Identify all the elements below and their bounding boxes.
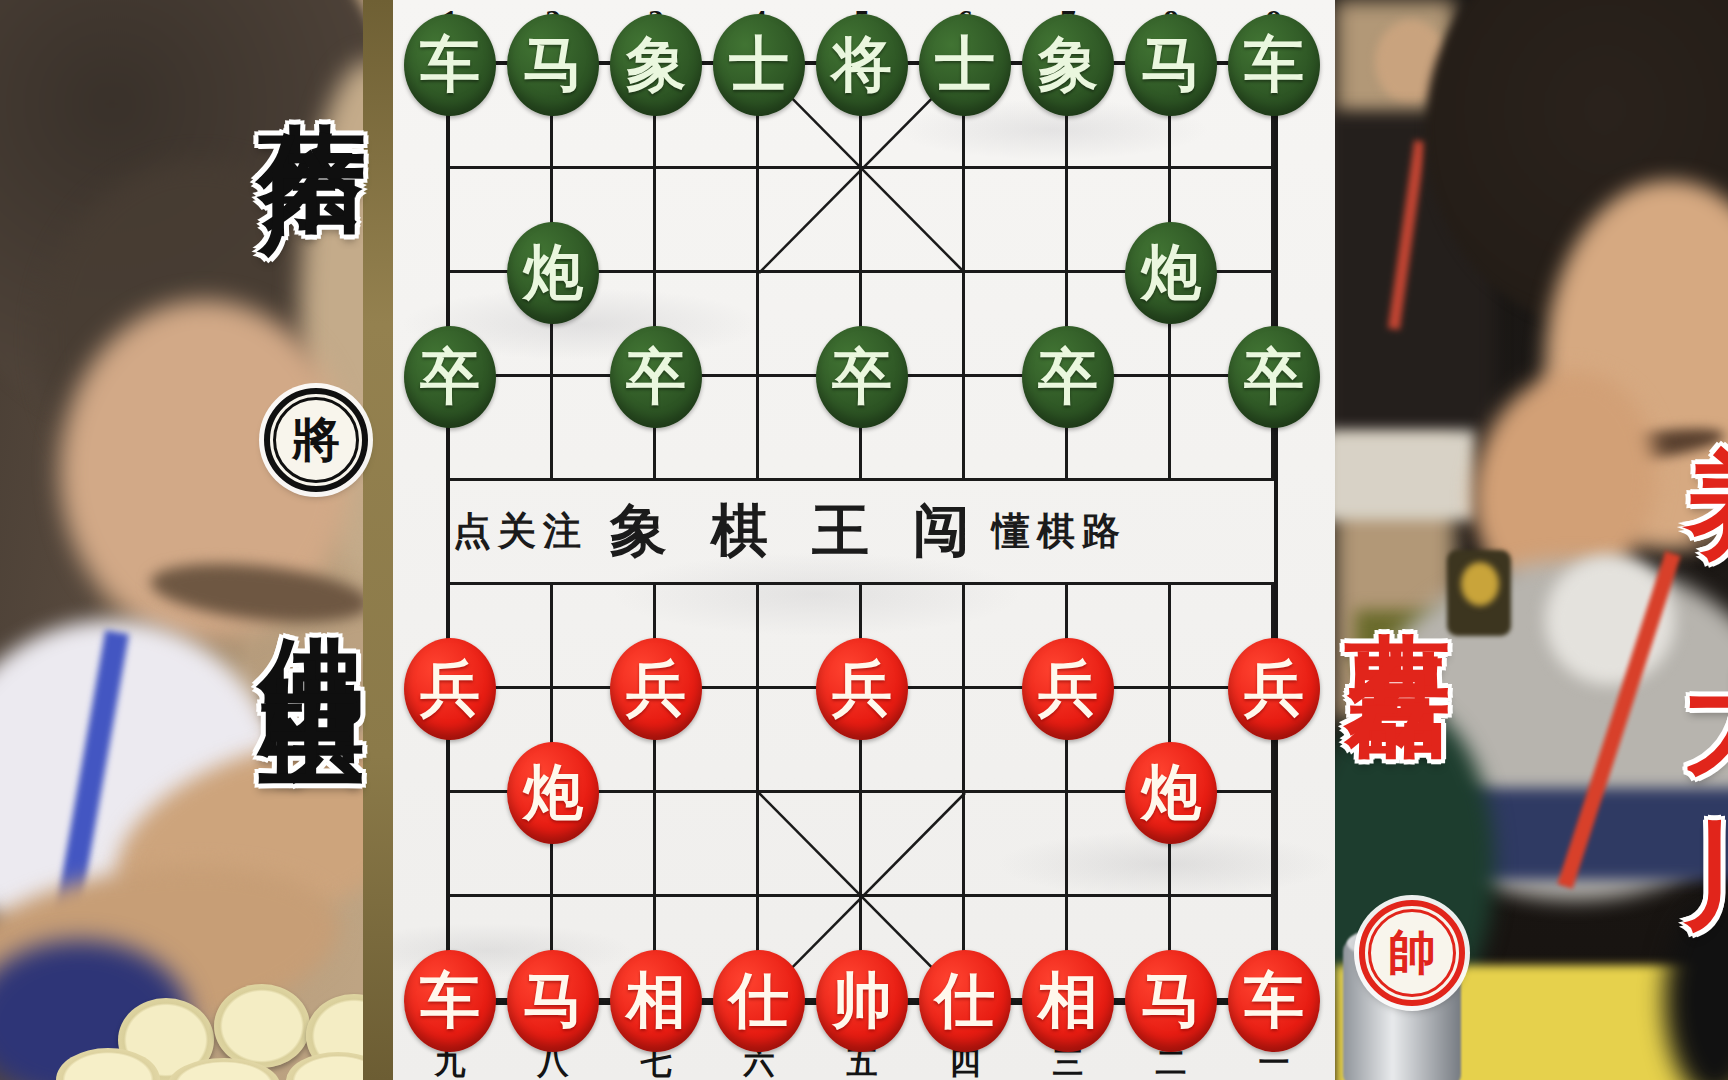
left-badge-char: 將 [292,416,340,464]
photo-banner-region [1335,430,1475,520]
board-cell [965,793,1068,897]
board-cell [656,169,759,273]
right-badge-char: 帥 [1388,929,1436,977]
piece-green-卒-f1r4[interactable]: 卒 [404,326,496,428]
river-text-main: 象棋王闯 [588,493,992,570]
piece-red-马-f2r10[interactable]: 马 [507,950,599,1052]
xiangqi-tray-piece [214,984,310,1068]
piece-green-将-f5r1[interactable]: 将 [816,14,908,116]
piece-green-卒-f7r4[interactable]: 卒 [1022,326,1114,428]
left-player-title: 佛山棋王 [258,552,364,632]
river-text-char: 象 [610,499,667,562]
piece-red-车-f9r10[interactable]: 车 [1228,950,1320,1052]
piece-red-兵-f9r7[interactable]: 兵 [1228,638,1320,740]
xiangqi-tray-piece [286,1052,363,1080]
board-cell [862,793,965,897]
clipped-edge-glyph: 川 [1684,800,1728,955]
piece-green-卒-f3r4[interactable]: 卒 [610,326,702,428]
piece-green-车-f9r1[interactable]: 车 [1228,14,1320,116]
right-player-side-badge: 帥 [1359,900,1465,1006]
piece-green-卒-f5r4[interactable]: 卒 [816,326,908,428]
piece-red-兵-f1r7[interactable]: 兵 [404,638,496,740]
piece-green-士-f6r1[interactable]: 士 [919,14,1011,116]
piece-green-象-f7r1[interactable]: 象 [1022,14,1114,116]
piece-green-马-f2r1[interactable]: 马 [507,14,599,116]
board-cell [1171,481,1274,585]
piece-green-车-f1r1[interactable]: 车 [404,14,496,116]
video-frame: 123456789 九八七六五四三二一 点关注 象棋王闯 懂棋路 车马象士将士象… [0,0,1728,1080]
river-text-suffix: 懂棋路 [992,506,1127,557]
clipped-edge-glyph: 大 [1684,645,1728,800]
piece-red-炮-f2r8[interactable]: 炮 [507,742,599,844]
piece-red-兵-f3r7[interactable]: 兵 [610,638,702,740]
river-text-char: 棋 [711,499,768,562]
piece-red-马-f8r10[interactable]: 马 [1125,950,1217,1052]
board-cell [965,169,1068,273]
river-watermark-text: 点关注 象棋王闯 懂棋路 [453,483,1127,579]
piece-green-炮-f2r3[interactable]: 炮 [507,222,599,324]
left-player-photo [0,0,363,1080]
board-cell [862,169,965,273]
xiangqi-board: 123456789 九八七六五四三二一 点关注 象棋王闯 懂棋路 车马象士将士象… [393,0,1335,1080]
piece-red-相-f3r10[interactable]: 相 [610,950,702,1052]
piece-red-炮-f8r8[interactable]: 炮 [1125,742,1217,844]
piece-red-兵-f5r7[interactable]: 兵 [816,638,908,740]
piece-red-相-f7r10[interactable]: 相 [1022,950,1114,1052]
piece-green-炮-f8r3[interactable]: 炮 [1125,222,1217,324]
piece-green-象-f3r1[interactable]: 象 [610,14,702,116]
river-text-char: 闯 [913,499,970,562]
left-player-name: 蔡佑广 [258,34,366,70]
left-player-side-badge: 將 [264,388,368,492]
right-player-name: 曹岩磊 [1344,545,1450,587]
board-cell [759,169,862,273]
river-text-char: 王 [812,499,869,562]
piece-green-马-f8r1[interactable]: 马 [1125,14,1217,116]
piece-green-卒-f9r4[interactable]: 卒 [1228,326,1320,428]
board-cell [656,793,759,897]
piece-red-帅-f5r10[interactable]: 帅 [816,950,908,1052]
piece-red-兵-f7r7[interactable]: 兵 [1022,638,1114,740]
board-wood-edge [363,0,393,1080]
photo-crest-badge [1461,562,1499,606]
river-text-prefix: 点关注 [453,506,588,557]
board-cell [759,793,862,897]
piece-green-士-f4r1[interactable]: 士 [713,14,805,116]
piece-red-车-f1r10[interactable]: 车 [404,950,496,1052]
clipped-edge-glyph: 养 [1684,430,1728,585]
piece-red-仕-f6r10[interactable]: 仕 [919,950,1011,1052]
piece-red-仕-f4r10[interactable]: 仕 [713,950,805,1052]
